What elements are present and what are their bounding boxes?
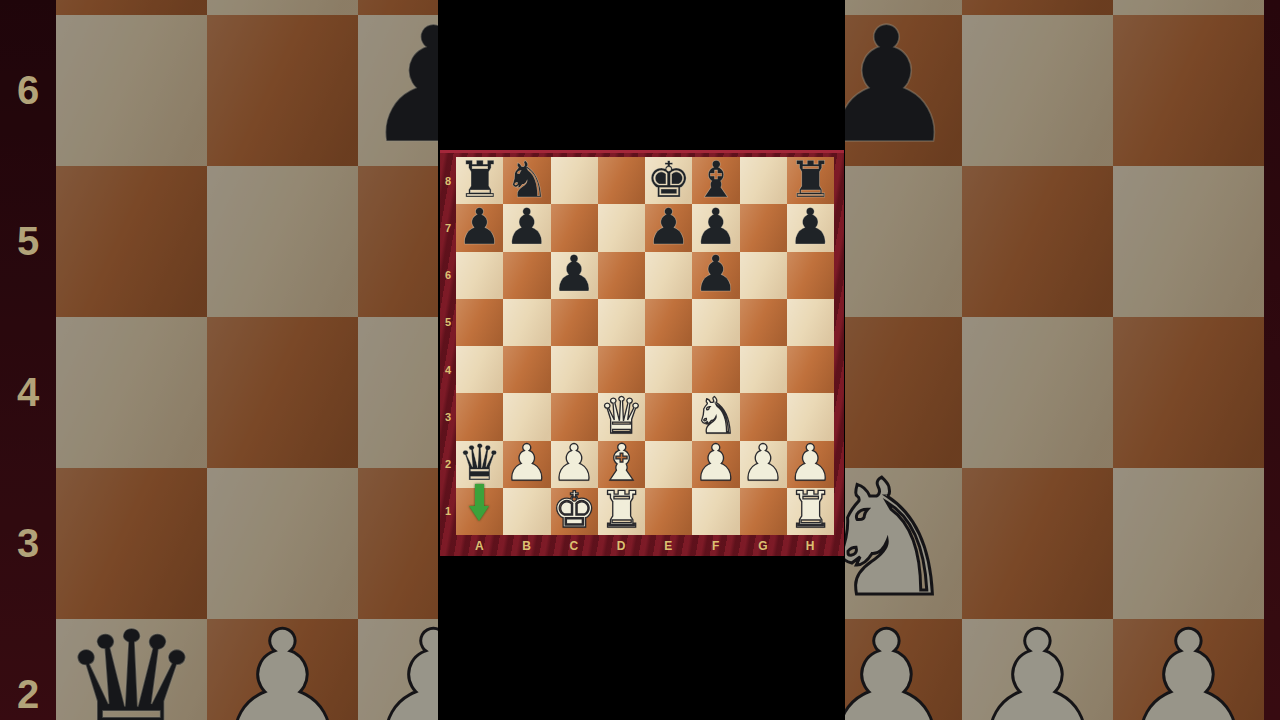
piece-white-rook-d1[interactable]: ♜ <box>598 486 645 533</box>
square-e3[interactable] <box>645 393 692 440</box>
square-g8[interactable] <box>740 157 787 204</box>
rank-label-1: 1 <box>440 488 456 535</box>
file-label-B: B <box>503 537 550 555</box>
square-g5[interactable] <box>740 299 787 346</box>
piece-black-queen-a2[interactable]: ♛ <box>456 439 503 486</box>
piece-black-pawn-c6[interactable]: ♟ <box>551 250 598 297</box>
rank-label-5: 5 <box>440 299 456 346</box>
square-e2[interactable] <box>645 441 692 488</box>
piece-white-pawn-h2[interactable]: ♟ <box>787 439 834 486</box>
file-label-E: E <box>645 537 692 555</box>
square-h6[interactable] <box>787 252 834 299</box>
bg-rank-label-2: 2 <box>0 619 56 720</box>
chessboard-squares: ♜♞♚♝♜♟♟♟♟♟♟♟♛♞♛♟♟♝♟♟♟♚♜♜ <box>456 157 834 535</box>
square-e5[interactable] <box>645 299 692 346</box>
square-g6[interactable] <box>740 252 787 299</box>
square-f5[interactable] <box>692 299 739 346</box>
bg-rank-label-4: 4 <box>0 317 56 468</box>
square-c5[interactable] <box>551 299 598 346</box>
file-label-G: G <box>740 537 787 555</box>
bg-rank-label-5: 5 <box>0 166 56 317</box>
video-frame: ♜♞♚♝♜♟♟♟♟♟♟♟♛♞♛♟♟♝♟♟♟♚♜♜ 87654321 ♜♞♚♝♜♟… <box>0 0 1280 720</box>
rank-label-8: 8 <box>440 157 456 204</box>
square-h5[interactable] <box>787 299 834 346</box>
square-a5[interactable] <box>456 299 503 346</box>
square-b6[interactable] <box>503 252 550 299</box>
square-e6[interactable] <box>645 252 692 299</box>
square-a6[interactable] <box>456 252 503 299</box>
square-a4[interactable] <box>456 346 503 393</box>
piece-black-pawn-a7[interactable]: ♟ <box>456 203 503 250</box>
square-e4[interactable] <box>645 346 692 393</box>
rank-label-4: 4 <box>440 346 456 393</box>
piece-black-pawn-f6[interactable]: ♟ <box>692 250 739 297</box>
piece-white-pawn-b2[interactable]: ♟ <box>503 439 550 486</box>
piece-white-queen-d3[interactable]: ♛ <box>598 392 645 439</box>
file-label-H: H <box>787 537 834 555</box>
square-g4[interactable] <box>740 346 787 393</box>
piece-white-pawn-c2[interactable]: ♟ <box>551 439 598 486</box>
piece-black-rook-h8[interactable]: ♜ <box>787 156 834 203</box>
file-label-D: D <box>598 537 645 555</box>
square-c8[interactable] <box>551 157 598 204</box>
square-d8[interactable] <box>598 157 645 204</box>
piece-white-pawn-f2[interactable]: ♟ <box>692 439 739 486</box>
square-f1[interactable] <box>692 488 739 535</box>
bg-rank-label-6: 6 <box>0 15 56 166</box>
bg-rank-label-3: 3 <box>0 468 56 619</box>
rank-label-3: 3 <box>440 393 456 440</box>
file-label-C: C <box>551 537 598 555</box>
piece-black-knight-b8[interactable]: ♞ <box>503 156 550 203</box>
chessboard: ♜♞♚♝♜♟♟♟♟♟♟♟♛♞♛♟♟♝♟♟♟♚♜♜ 87654321 ABCDEF… <box>440 150 844 556</box>
square-c4[interactable] <box>551 346 598 393</box>
piece-white-knight-f3[interactable]: ♞ <box>692 392 739 439</box>
square-d5[interactable] <box>598 299 645 346</box>
file-labels: ABCDEFGH <box>456 537 834 555</box>
piece-black-rook-a8[interactable]: ♜ <box>456 156 503 203</box>
rank-label-7: 7 <box>440 204 456 251</box>
bg-rank-label-7: 7 <box>0 0 56 15</box>
file-label-F: F <box>692 537 739 555</box>
square-b4[interactable] <box>503 346 550 393</box>
square-g1[interactable] <box>740 488 787 535</box>
piece-black-bishop-f8[interactable]: ♝ <box>692 156 739 203</box>
square-b5[interactable] <box>503 299 550 346</box>
square-h4[interactable] <box>787 346 834 393</box>
rank-label-6: 6 <box>440 252 456 299</box>
rank-labels: 87654321 <box>440 157 456 535</box>
piece-black-king-e8[interactable]: ♚ <box>645 156 692 203</box>
move-arrow-head-icon <box>469 506 489 521</box>
square-b1[interactable] <box>503 488 550 535</box>
piece-black-pawn-b7[interactable]: ♟ <box>503 203 550 250</box>
file-label-A: A <box>456 537 503 555</box>
square-d7[interactable] <box>598 204 645 251</box>
square-d6[interactable] <box>598 252 645 299</box>
piece-white-king-c1[interactable]: ♚ <box>551 486 598 533</box>
square-g7[interactable] <box>740 204 787 251</box>
rank-label-2: 2 <box>440 441 456 488</box>
piece-white-rook-h1[interactable]: ♜ <box>787 486 834 533</box>
square-e1[interactable] <box>645 488 692 535</box>
piece-white-bishop-d2[interactable]: ♝ <box>598 439 645 486</box>
piece-white-pawn-g2[interactable]: ♟ <box>740 439 787 486</box>
move-arrow-shaft <box>475 484 484 507</box>
piece-black-pawn-f7[interactable]: ♟ <box>692 203 739 250</box>
piece-black-pawn-e7[interactable]: ♟ <box>645 203 692 250</box>
piece-black-pawn-h7[interactable]: ♟ <box>787 203 834 250</box>
background-rank-labels: 87654321 <box>0 0 56 720</box>
